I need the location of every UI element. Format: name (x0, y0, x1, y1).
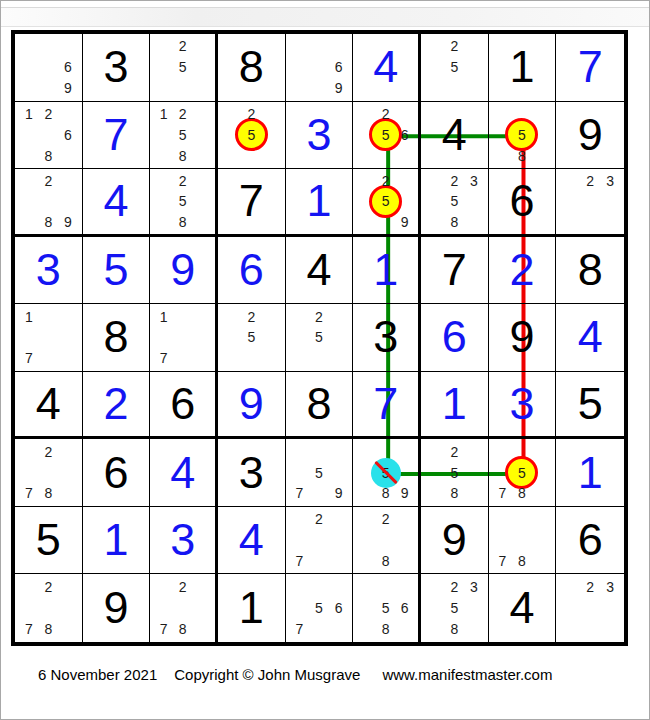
cell-r8c1[interactable]: 5 (15, 507, 83, 575)
candidate-2: 2 (376, 104, 395, 125)
candidate-8: 8 (376, 619, 395, 640)
candidate-5: 5 (376, 598, 395, 619)
candidate-5: 5 (309, 327, 329, 348)
candidate-2: 2 (39, 104, 59, 125)
solved-digit: 9 (218, 372, 285, 437)
solved-digit: 3 (150, 507, 215, 574)
solved-digit: 7 (353, 372, 418, 437)
given-digit: 8 (83, 304, 150, 371)
candidate-8: 8 (445, 483, 465, 504)
pencil-marks: 258 (150, 169, 215, 234)
candidate-2: 2 (580, 576, 600, 597)
solved-digit: 4 (150, 439, 215, 506)
candidate-5: 5 (512, 462, 532, 483)
candidate-8: 8 (445, 211, 465, 231)
cell-r2c5[interactable]: 3 (286, 102, 354, 170)
given-digit: 1 (489, 34, 556, 101)
candidate-1: 1 (19, 306, 39, 327)
cell-r2c1[interactable]: 1268 (15, 102, 83, 170)
pencil-marks: 1268 (15, 102, 82, 169)
cell-r4c5[interactable]: 4 (286, 237, 354, 305)
cell-r2c7[interactable]: 4 (421, 102, 489, 170)
candidate-1: 1 (154, 306, 173, 327)
solved-digit: 2 (83, 372, 150, 437)
cell-r6c5[interactable]: 8 (286, 372, 354, 440)
pencil-marks: 258 (421, 439, 488, 506)
candidate-7: 7 (290, 551, 310, 572)
cell-r3c1[interactable]: 289 (15, 169, 83, 237)
cell-r9c9[interactable]: 23 (556, 574, 624, 642)
candidate-5: 5 (309, 598, 329, 619)
candidate-6: 6 (58, 57, 78, 78)
cell-r5c9[interactable]: 4 (556, 304, 624, 372)
candidate-3: 3 (600, 576, 620, 597)
solved-digit: 1 (83, 507, 150, 574)
given-digit: 5 (556, 372, 624, 437)
cell-r2c3[interactable]: 1258 (150, 102, 218, 170)
candidate-2: 2 (309, 306, 329, 327)
solved-digit: 6 (218, 237, 285, 304)
given-digit: 9 (83, 574, 150, 642)
cell-r5c4[interactable]: 25 (218, 304, 286, 372)
cell-r6c6[interactable]: 7 (353, 372, 421, 440)
cell-r4c7[interactable]: 7 (421, 237, 489, 305)
candidate-2: 2 (39, 576, 59, 597)
cell-r3c9[interactable]: 23 (556, 169, 624, 237)
pencil-marks: 2358 (421, 574, 488, 642)
candidate-8: 8 (512, 145, 532, 166)
candidate-2: 2 (242, 306, 262, 327)
cell-r6c3[interactable]: 6 (150, 372, 218, 440)
pencil-marks: 278 (15, 574, 82, 642)
solved-digit: 1 (556, 439, 624, 506)
cell-r1c3[interactable]: 25 (150, 34, 218, 102)
candidate-5: 5 (309, 462, 329, 483)
given-digit: 4 (15, 372, 82, 437)
cell-r6c2[interactable]: 2 (83, 372, 151, 440)
candidate-7: 7 (493, 551, 513, 572)
cell-r8c9[interactable]: 6 (556, 507, 624, 575)
given-digit: 6 (489, 169, 556, 234)
pencil-marks: 25 (150, 34, 215, 101)
solved-digit: 3 (15, 237, 82, 304)
candidate-6: 6 (329, 598, 349, 619)
given-digit: 4 (421, 102, 488, 169)
candidate-5: 5 (173, 57, 192, 78)
cell-r8c4[interactable]: 4 (218, 507, 286, 575)
candidate-2: 2 (445, 441, 465, 462)
candidate-8: 8 (376, 483, 395, 504)
cell-r7c4[interactable]: 3 (218, 439, 286, 507)
candidate-9: 9 (395, 483, 414, 504)
pencil-marks: 17 (150, 304, 215, 371)
pencil-marks: 278 (15, 439, 82, 506)
candidate-7: 7 (290, 619, 310, 640)
cell-r7c7[interactable]: 258 (421, 439, 489, 507)
candidate-2: 2 (173, 576, 192, 597)
cell-r9c4[interactable]: 1 (218, 574, 286, 642)
candidate-2: 2 (173, 104, 192, 125)
cell-r9c2[interactable]: 9 (83, 574, 151, 642)
candidate-3: 3 (464, 576, 484, 597)
cell-r6c4[interactable]: 9 (218, 372, 286, 440)
pencil-marks: 25 (218, 102, 285, 169)
candidate-2: 2 (39, 441, 59, 462)
cell-r1c5[interactable]: 69 (286, 34, 354, 102)
given-digit: 7 (218, 169, 285, 234)
cell-r6c8[interactable]: 3 (489, 372, 557, 440)
solved-digit: 5 (83, 237, 150, 304)
footer-website[interactable]: www.manifestmaster.com (382, 666, 552, 683)
cell-r5c3[interactable]: 17 (150, 304, 218, 372)
cell-r6c9[interactable]: 5 (556, 372, 624, 440)
candidate-2: 2 (173, 36, 192, 57)
candidate-5: 5 (445, 598, 465, 619)
candidate-8: 8 (39, 483, 59, 504)
pencil-marks: 25 (286, 304, 353, 371)
cell-r3c8[interactable]: 6 (489, 169, 557, 237)
given-digit: 3 (218, 439, 285, 506)
candidate-7: 7 (19, 483, 39, 504)
pencil-marks: 69 (15, 34, 82, 101)
pencil-marks: 58 (489, 102, 556, 169)
cell-r3c6[interactable]: 259 (353, 169, 421, 237)
pencil-marks: 256 (353, 102, 418, 169)
candidate-2: 2 (376, 171, 395, 191)
solved-digit: 9 (150, 237, 215, 304)
cell-r1c2[interactable]: 3 (83, 34, 151, 102)
candidate-5: 5 (445, 57, 465, 78)
solved-digit: 6 (421, 304, 488, 371)
pencil-marks: 28 (353, 507, 418, 574)
cell-r8c6[interactable]: 28 (353, 507, 421, 575)
candidate-6: 6 (395, 124, 414, 145)
solved-digit: 4 (556, 304, 624, 371)
cell-r3c3[interactable]: 258 (150, 169, 218, 237)
footer-copyright: Copyright © John Musgrave (174, 666, 360, 683)
cell-r1c8[interactable]: 1 (489, 34, 557, 102)
candidate-2: 2 (445, 36, 465, 57)
pencil-marks: 568 (353, 574, 418, 642)
candidate-9: 9 (58, 211, 78, 231)
candidate-8: 8 (39, 145, 59, 166)
sudoku-board: 6932586942517126871258253256458928942587… (11, 30, 628, 646)
pencil-marks: 278 (150, 574, 215, 642)
cell-r5c8[interactable]: 9 (489, 304, 557, 372)
candidate-8: 8 (173, 619, 192, 640)
given-digit: 8 (218, 34, 285, 101)
solved-digit: 4 (218, 507, 285, 574)
candidate-8: 8 (376, 551, 395, 572)
cell-r1c1[interactable]: 69 (15, 34, 83, 102)
cell-r8c8[interactable]: 78 (489, 507, 557, 575)
candidate-3: 3 (600, 171, 620, 191)
candidate-7: 7 (290, 483, 310, 504)
pencil-marks: 578 (489, 439, 556, 506)
cell-r9c7[interactable]: 2358 (421, 574, 489, 642)
given-digit: 1 (218, 574, 285, 642)
candidate-1: 1 (154, 104, 173, 125)
candidate-2: 2 (376, 509, 395, 530)
cell-r8c3[interactable]: 3 (150, 507, 218, 575)
given-digit: 9 (421, 507, 488, 574)
pencil-marks: 1258 (150, 102, 215, 169)
cell-r4c2[interactable]: 5 (83, 237, 151, 305)
cell-r6c7[interactable]: 1 (421, 372, 489, 440)
cell-r4c4[interactable]: 6 (218, 237, 286, 305)
given-digit: 8 (286, 372, 353, 437)
solved-digit: 3 (489, 372, 556, 437)
given-digit: 3 (83, 34, 150, 101)
pencil-marks: 27 (286, 507, 353, 574)
pencil-marks: 2358 (421, 169, 488, 234)
candidate-8: 8 (39, 211, 59, 231)
cell-r2c2[interactable]: 7 (83, 102, 151, 170)
candidate-2: 2 (580, 171, 600, 191)
given-digit: 6 (150, 372, 215, 437)
cell-r4c1[interactable]: 3 (15, 237, 83, 305)
cell-r3c2[interactable]: 4 (83, 169, 151, 237)
candidate-3: 3 (464, 171, 484, 191)
cell-r5c6[interactable]: 3 (353, 304, 421, 372)
candidate-7: 7 (154, 619, 173, 640)
solved-digit: 1 (286, 169, 353, 234)
cell-r7c3[interactable]: 4 (150, 439, 218, 507)
cell-r3c7[interactable]: 2358 (421, 169, 489, 237)
pencil-marks: 289 (15, 169, 82, 234)
given-digit: 5 (15, 507, 82, 574)
solved-digit: 7 (556, 34, 624, 101)
footer: 6 November 2021Copyright © John Musgrave… (38, 666, 552, 683)
cell-r5c5[interactable]: 25 (286, 304, 354, 372)
pencil-marks: 567 (286, 574, 353, 642)
pencil-marks: 17 (15, 304, 82, 371)
given-digit: 4 (286, 237, 353, 304)
candidate-6: 6 (395, 598, 414, 619)
cell-r7c2[interactable]: 6 (83, 439, 151, 507)
sudoku-page: 6932586942517126871258253256458928942587… (0, 0, 650, 720)
cell-r8c7[interactable]: 9 (421, 507, 489, 575)
cell-r1c9[interactable]: 7 (556, 34, 624, 102)
cell-r5c2[interactable]: 8 (83, 304, 151, 372)
candidate-8: 8 (39, 619, 59, 640)
solved-digit: 1 (421, 372, 488, 437)
candidate-2: 2 (309, 509, 329, 530)
candidate-2: 2 (445, 171, 465, 191)
cell-r9c5[interactable]: 567 (286, 574, 354, 642)
candidate-8: 8 (173, 211, 192, 231)
candidate-5: 5 (173, 124, 192, 145)
candidate-9: 9 (58, 78, 78, 99)
candidate-6: 6 (329, 57, 349, 78)
candidate-6: 6 (58, 124, 78, 145)
cell-r7c5[interactable]: 579 (286, 439, 354, 507)
candidate-5: 5 (445, 191, 465, 211)
candidate-9: 9 (329, 78, 349, 99)
cell-r4c6[interactable]: 1 (353, 237, 421, 305)
given-digit: 7 (421, 237, 488, 304)
cell-r8c5[interactable]: 27 (286, 507, 354, 575)
candidate-9: 9 (329, 483, 349, 504)
cell-r5c7[interactable]: 6 (421, 304, 489, 372)
cell-r1c7[interactable]: 25 (421, 34, 489, 102)
candidate-5: 5 (376, 124, 395, 145)
candidate-2: 2 (39, 171, 59, 191)
given-digit: 6 (83, 439, 150, 506)
solved-digit: 4 (353, 34, 418, 101)
cell-r4c3[interactable]: 9 (150, 237, 218, 305)
candidate-8: 8 (173, 145, 192, 166)
solved-digit: 7 (83, 102, 150, 169)
solved-digit: 4 (83, 169, 150, 234)
cell-r1c4[interactable]: 8 (218, 34, 286, 102)
cell-r7c9[interactable]: 1 (556, 439, 624, 507)
given-digit: 9 (489, 304, 556, 371)
given-digit: 4 (489, 574, 556, 642)
candidate-5: 5 (445, 462, 465, 483)
cell-r9c6[interactable]: 568 (353, 574, 421, 642)
cell-r3c5[interactable]: 1 (286, 169, 354, 237)
given-digit: 8 (556, 237, 624, 304)
candidate-8: 8 (512, 483, 532, 504)
given-digit: 3 (353, 304, 418, 371)
cell-r9c8[interactable]: 4 (489, 574, 557, 642)
pencil-marks: 69 (286, 34, 353, 101)
pencil-marks: 78 (489, 507, 556, 574)
candidate-5: 5 (376, 191, 395, 211)
solved-digit: 3 (286, 102, 353, 169)
cell-r7c8[interactable]: 578 (489, 439, 557, 507)
candidate-7: 7 (493, 483, 513, 504)
candidate-5: 5 (173, 191, 192, 211)
candidate-5: 5 (242, 124, 262, 145)
given-digit: 9 (556, 102, 624, 169)
cell-r7c1[interactable]: 278 (15, 439, 83, 507)
cell-r2c6[interactable]: 256 (353, 102, 421, 170)
cell-r4c9[interactable]: 8 (556, 237, 624, 305)
pencil-marks: 25 (421, 34, 488, 101)
pencil-marks: 579 (286, 439, 353, 506)
cell-r6c1[interactable]: 4 (15, 372, 83, 440)
candidate-7: 7 (19, 348, 39, 369)
solved-digit: 2 (489, 237, 556, 304)
candidate-1: 1 (19, 104, 39, 125)
cell-r1c6[interactable]: 4 (353, 34, 421, 102)
cell-r2c4[interactable]: 25 (218, 102, 286, 170)
pencil-marks: 259 (353, 169, 418, 234)
candidate-8: 8 (512, 551, 532, 572)
given-digit: 6 (556, 507, 624, 574)
cell-r2c9[interactable]: 9 (556, 102, 624, 170)
pencil-marks: 25 (218, 304, 285, 371)
cell-r9c3[interactable]: 278 (150, 574, 218, 642)
pencil-marks: 23 (556, 574, 624, 642)
cell-r7c6[interactable]: 589 (353, 439, 421, 507)
cell-r5c1[interactable]: 17 (15, 304, 83, 372)
solved-digit: 1 (353, 237, 418, 304)
cell-r8c2[interactable]: 1 (83, 507, 151, 575)
cell-r3c4[interactable]: 7 (218, 169, 286, 237)
cell-r9c1[interactable]: 278 (15, 574, 83, 642)
cell-r2c8[interactable]: 58 (489, 102, 557, 170)
cell-r4c8[interactable]: 2 (489, 237, 557, 305)
candidate-2: 2 (445, 576, 465, 597)
candidate-5: 5 (242, 327, 262, 348)
candidate-2: 2 (173, 171, 192, 191)
candidate-9: 9 (395, 211, 414, 231)
candidate-8: 8 (445, 619, 465, 640)
candidate-5: 5 (512, 124, 532, 145)
candidate-7: 7 (154, 348, 173, 369)
footer-date: 6 November 2021 (38, 666, 157, 683)
candidate-2: 2 (242, 104, 262, 125)
pencil-marks: 23 (556, 169, 624, 234)
candidate-7: 7 (19, 619, 39, 640)
